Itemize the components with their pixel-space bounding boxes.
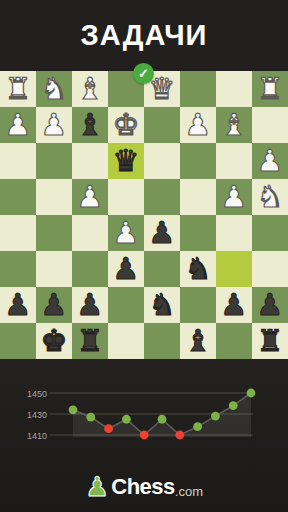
rating-point-win [86, 413, 95, 422]
square-f4[interactable]: ♟ [72, 179, 108, 215]
square-f7[interactable]: ♟ [72, 287, 108, 323]
square-h5[interactable] [0, 215, 36, 251]
square-f1[interactable]: ♝ [72, 71, 108, 107]
chess-board: ♜♞♝♛♜♟♟♝♚♟♝♛♟♟♟♞♟♟♟♞♟♟♟♞♟♟♚♜♝♜ [0, 71, 288, 359]
square-a5[interactable] [252, 215, 288, 251]
square-h2[interactable]: ♟ [0, 107, 36, 143]
square-e3[interactable]: ♛ [108, 143, 144, 179]
square-d2[interactable] [144, 107, 180, 143]
white-knight-piece: ♞ [257, 179, 284, 215]
square-f3[interactable] [72, 143, 108, 179]
square-c8[interactable]: ♝ [180, 323, 216, 359]
square-b6[interactable] [216, 251, 252, 287]
square-d3[interactable] [144, 143, 180, 179]
square-g6[interactable] [36, 251, 72, 287]
black-pawn-piece: ♟ [77, 287, 104, 323]
square-h1[interactable]: ♜ [0, 71, 36, 107]
rating-point-win [122, 415, 131, 424]
square-c2[interactable]: ♟ [180, 107, 216, 143]
square-e6[interactable]: ♟ [108, 251, 144, 287]
bottom-panel: 145014301410 ♟ Chess .com [0, 359, 288, 512]
green-pawn-icon: ♟ [85, 472, 109, 502]
black-knight-piece: ♞ [185, 251, 212, 287]
square-e4[interactable] [108, 179, 144, 215]
rating-point-win [193, 422, 202, 431]
square-g1[interactable]: ♞ [36, 71, 72, 107]
white-king-piece: ♚ [113, 107, 140, 143]
black-bishop-piece: ♝ [185, 323, 212, 359]
square-g5[interactable] [36, 215, 72, 251]
square-g3[interactable] [36, 143, 72, 179]
square-f8[interactable]: ♜ [72, 323, 108, 359]
brand-text: Chess [111, 474, 175, 500]
square-g4[interactable] [36, 179, 72, 215]
square-a2[interactable] [252, 107, 288, 143]
square-c6[interactable]: ♞ [180, 251, 216, 287]
black-queen-piece: ♛ [113, 143, 140, 179]
white-pawn-piece: ♟ [113, 215, 140, 251]
brand-suffix: .com [175, 484, 203, 502]
rating-point-loss [175, 431, 184, 440]
square-f6[interactable] [72, 251, 108, 287]
square-g7[interactable]: ♟ [36, 287, 72, 323]
rating-point-win [69, 405, 78, 414]
square-a6[interactable] [252, 251, 288, 287]
square-d5[interactable]: ♟ [144, 215, 180, 251]
black-rook-piece: ♜ [77, 323, 104, 359]
ytick-label-1450: 1450 [27, 389, 47, 399]
square-b7[interactable]: ♟ [216, 287, 252, 323]
black-pawn-piece: ♟ [149, 215, 176, 251]
correct-move-badge: ✓ [133, 63, 154, 84]
square-c4[interactable] [180, 179, 216, 215]
square-h6[interactable] [0, 251, 36, 287]
white-pawn-piece: ♟ [257, 143, 284, 179]
square-a8[interactable]: ♜ [252, 323, 288, 359]
rating-point-win [247, 389, 256, 398]
square-h3[interactable] [0, 143, 36, 179]
rating-chart: 145014301410 [0, 359, 288, 469]
white-bishop-piece: ♝ [221, 107, 248, 143]
ytick-label-1410: 1410 [27, 431, 47, 441]
ytick-label-1430: 1430 [27, 410, 47, 420]
black-rook-piece: ♜ [257, 323, 284, 359]
square-e7[interactable] [108, 287, 144, 323]
square-c5[interactable] [180, 215, 216, 251]
square-b3[interactable] [216, 143, 252, 179]
square-c7[interactable] [180, 287, 216, 323]
rating-point-loss [104, 424, 113, 433]
puzzles-screen: ЗАДАЧИ ♜♞♝♛♜♟♟♝♚♟♝♛♟♟♟♞♟♟♟♞♟♟♟♞♟♟♚♜♝♜ ✓ … [0, 0, 288, 512]
white-pawn-piece: ♟ [5, 107, 32, 143]
white-bishop-piece: ♝ [77, 71, 104, 107]
black-pawn-piece: ♟ [113, 251, 140, 287]
white-rook-piece: ♜ [257, 71, 284, 107]
square-h8[interactable] [0, 323, 36, 359]
white-pawn-piece: ♟ [41, 107, 68, 143]
black-pawn-piece: ♟ [257, 287, 284, 323]
square-d6[interactable] [144, 251, 180, 287]
rating-point-win [229, 401, 238, 410]
black-bishop-piece: ♝ [77, 107, 104, 143]
square-e5[interactable]: ♟ [108, 215, 144, 251]
white-pawn-piece: ♟ [221, 179, 248, 215]
square-b4[interactable]: ♟ [216, 179, 252, 215]
black-king-piece: ♚ [41, 323, 68, 359]
square-a3[interactable]: ♟ [252, 143, 288, 179]
chesscom-logo: ♟ Chess .com [0, 472, 288, 502]
square-c3[interactable] [180, 143, 216, 179]
square-d4[interactable] [144, 179, 180, 215]
square-e8[interactable] [108, 323, 144, 359]
black-pawn-piece: ♟ [5, 287, 32, 323]
header: ЗАДАЧИ [0, 0, 288, 71]
square-e2[interactable]: ♚ [108, 107, 144, 143]
black-pawn-piece: ♟ [41, 287, 68, 323]
square-c1[interactable] [180, 71, 216, 107]
rating-chart-svg: 145014301410 [0, 359, 288, 469]
black-knight-piece: ♞ [149, 287, 176, 323]
square-a4[interactable]: ♞ [252, 179, 288, 215]
square-a7[interactable]: ♟ [252, 287, 288, 323]
square-f2[interactable]: ♝ [72, 107, 108, 143]
square-f5[interactable] [72, 215, 108, 251]
page-title: ЗАДАЧИ [81, 19, 208, 52]
square-b5[interactable] [216, 215, 252, 251]
white-rook-piece: ♜ [5, 71, 32, 107]
square-b1[interactable] [216, 71, 252, 107]
square-b2[interactable]: ♝ [216, 107, 252, 143]
square-b8[interactable] [216, 323, 252, 359]
square-g2[interactable]: ♟ [36, 107, 72, 143]
rating-point-win [158, 415, 167, 424]
checkmark-icon: ✓ [138, 63, 149, 84]
square-a1[interactable]: ♜ [252, 71, 288, 107]
white-knight-piece: ♞ [41, 71, 68, 107]
white-pawn-piece: ♟ [185, 107, 212, 143]
square-g8[interactable]: ♚ [36, 323, 72, 359]
white-pawn-piece: ♟ [77, 179, 104, 215]
square-h4[interactable] [0, 179, 36, 215]
rating-point-win [211, 412, 220, 421]
square-d8[interactable] [144, 323, 180, 359]
square-h7[interactable]: ♟ [0, 287, 36, 323]
square-d7[interactable]: ♞ [144, 287, 180, 323]
rating-point-loss [140, 431, 149, 440]
black-pawn-piece: ♟ [221, 287, 248, 323]
